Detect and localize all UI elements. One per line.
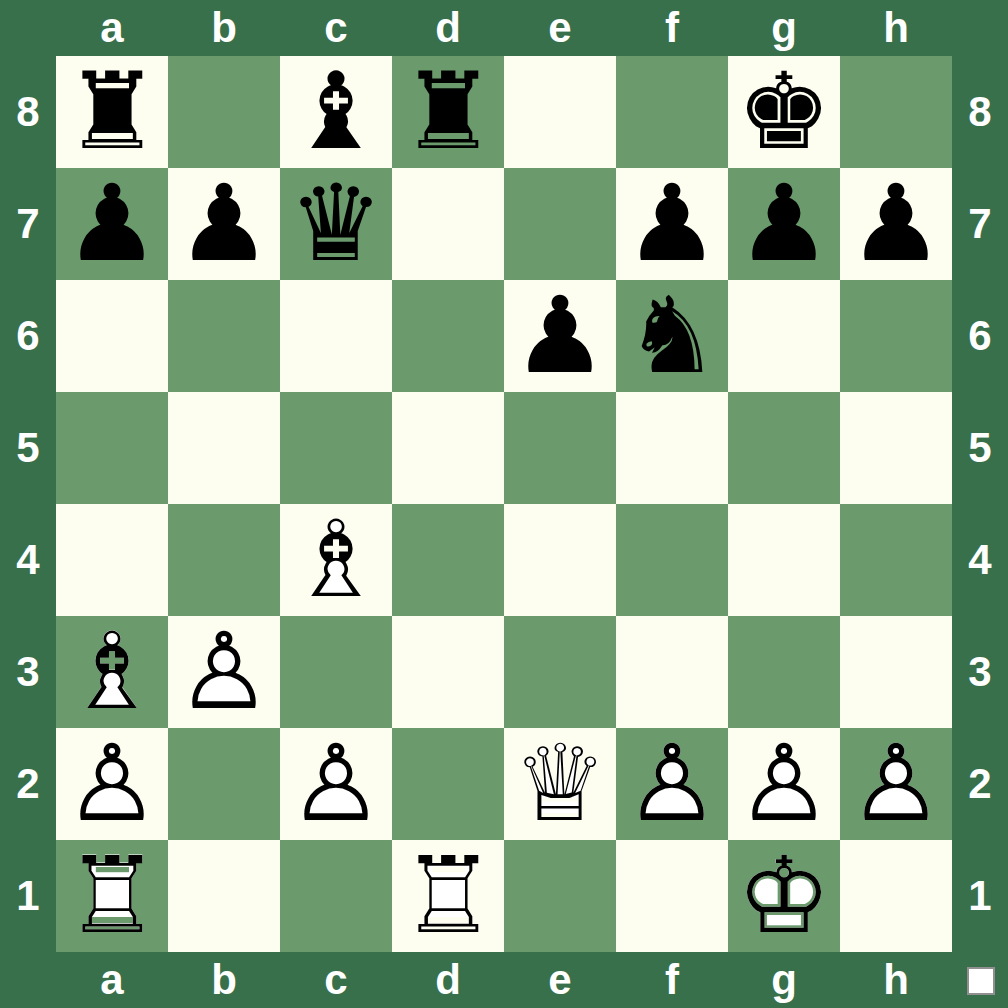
square-c6[interactable] — [280, 280, 392, 392]
file-label-d: d — [392, 0, 504, 56]
square-a2[interactable]: ♟♙ — [56, 728, 168, 840]
square-a6[interactable] — [56, 280, 168, 392]
square-c5[interactable] — [280, 392, 392, 504]
black-pawn[interactable]: ♟ — [56, 168, 168, 280]
rank-labels-left: 87654321 — [0, 56, 56, 952]
white-bishop-outline: ♗ — [280, 504, 392, 616]
file-label-a: a — [56, 0, 168, 56]
white-pawn-outline: ♙ — [280, 728, 392, 840]
square-b5[interactable] — [168, 392, 280, 504]
square-h6[interactable] — [840, 280, 952, 392]
white-king-outline: ♔ — [728, 840, 840, 952]
file-label-e: e — [504, 952, 616, 1008]
white-pawn[interactable]: ♟ — [616, 728, 728, 840]
black-pawn[interactable]: ♟ — [504, 280, 616, 392]
square-b8[interactable] — [168, 56, 280, 168]
square-d4[interactable] — [392, 504, 504, 616]
square-b6[interactable] — [168, 280, 280, 392]
square-g5[interactable] — [728, 392, 840, 504]
file-labels-top: abcdefgh — [56, 0, 952, 56]
square-g7[interactable]: ♟ — [728, 168, 840, 280]
square-c7[interactable]: ♛ — [280, 168, 392, 280]
square-h4[interactable] — [840, 504, 952, 616]
square-e7[interactable] — [504, 168, 616, 280]
chess-board-frame: abcdefgh 87654321 ♜♝♜♚♟♟♛♟♟♟♟♞♝♗♝♗♟♙♟♙♟♙… — [0, 0, 1008, 1008]
rank-label-4: 4 — [952, 504, 1008, 616]
white-king[interactable]: ♚ — [728, 840, 840, 952]
square-b3[interactable]: ♟♙ — [168, 616, 280, 728]
rank-label-5: 5 — [952, 392, 1008, 504]
rank-label-1: 1 — [0, 840, 56, 952]
square-c3[interactable] — [280, 616, 392, 728]
rank-labels-right: 87654321 — [952, 56, 1008, 952]
square-e4[interactable] — [504, 504, 616, 616]
rank-label-4: 4 — [0, 504, 56, 616]
square-f5[interactable] — [616, 392, 728, 504]
white-pawn-outline: ♙ — [56, 728, 168, 840]
square-d6[interactable] — [392, 280, 504, 392]
file-label-g: g — [728, 0, 840, 56]
file-labels-bottom: abcdefgh — [56, 952, 952, 1008]
white-rook[interactable]: ♜ — [392, 840, 504, 952]
white-pawn-outline: ♙ — [728, 728, 840, 840]
rank-label-1: 1 — [952, 840, 1008, 952]
square-f7[interactable]: ♟ — [616, 168, 728, 280]
file-label-a: a — [56, 952, 168, 1008]
square-c4[interactable]: ♝♗ — [280, 504, 392, 616]
square-b2[interactable] — [168, 728, 280, 840]
white-pawn[interactable]: ♟ — [728, 728, 840, 840]
square-a5[interactable] — [56, 392, 168, 504]
file-label-c: c — [280, 0, 392, 56]
white-rook-outline: ♖ — [392, 840, 504, 952]
square-d8[interactable]: ♜ — [392, 56, 504, 168]
file-label-h: h — [840, 952, 952, 1008]
rank-label-6: 6 — [0, 280, 56, 392]
file-label-b: b — [168, 0, 280, 56]
file-label-g: g — [728, 952, 840, 1008]
square-f2[interactable]: ♟♙ — [616, 728, 728, 840]
board: ♜♝♜♚♟♟♛♟♟♟♟♞♝♗♝♗♟♙♟♙♟♙♛♕♟♙♟♙♟♙♜♖♜♖♚♔ — [56, 56, 952, 952]
white-pawn[interactable]: ♟ — [168, 616, 280, 728]
square-e2[interactable]: ♛♕ — [504, 728, 616, 840]
square-g1[interactable]: ♚♔ — [728, 840, 840, 952]
square-g3[interactable] — [728, 616, 840, 728]
square-h1[interactable] — [840, 840, 952, 952]
black-pawn[interactable]: ♟ — [728, 168, 840, 280]
file-label-f: f — [616, 952, 728, 1008]
black-pawn[interactable]: ♟ — [616, 168, 728, 280]
square-a7[interactable]: ♟ — [56, 168, 168, 280]
rank-label-3: 3 — [0, 616, 56, 728]
square-b1[interactable] — [168, 840, 280, 952]
square-a1[interactable]: ♜♖ — [56, 840, 168, 952]
black-pawn[interactable]: ♟ — [168, 168, 280, 280]
square-h3[interactable] — [840, 616, 952, 728]
square-f3[interactable] — [616, 616, 728, 728]
square-g6[interactable] — [728, 280, 840, 392]
square-f4[interactable] — [616, 504, 728, 616]
white-pawn-outline: ♙ — [616, 728, 728, 840]
white-queen-outline: ♕ — [504, 728, 616, 840]
square-c8[interactable]: ♝ — [280, 56, 392, 168]
square-e8[interactable] — [504, 56, 616, 168]
white-bishop[interactable]: ♝ — [280, 504, 392, 616]
square-c1[interactable] — [280, 840, 392, 952]
square-h8[interactable] — [840, 56, 952, 168]
white-pawn[interactable]: ♟ — [56, 728, 168, 840]
black-rook[interactable]: ♜ — [56, 56, 168, 168]
square-a4[interactable] — [56, 504, 168, 616]
file-label-e: e — [504, 0, 616, 56]
square-e1[interactable] — [504, 840, 616, 952]
square-f1[interactable] — [616, 840, 728, 952]
white-pawn[interactable]: ♟ — [840, 728, 952, 840]
square-d2[interactable] — [392, 728, 504, 840]
square-g8[interactable]: ♚ — [728, 56, 840, 168]
black-queen[interactable]: ♛ — [280, 168, 392, 280]
black-rook[interactable]: ♜ — [392, 56, 504, 168]
square-d5[interactable] — [392, 392, 504, 504]
file-label-d: d — [392, 952, 504, 1008]
square-f6[interactable]: ♞ — [616, 280, 728, 392]
black-king[interactable]: ♚ — [728, 56, 840, 168]
white-pawn-outline: ♙ — [168, 616, 280, 728]
square-h5[interactable] — [840, 392, 952, 504]
square-c2[interactable]: ♟♙ — [280, 728, 392, 840]
black-pawn[interactable]: ♟ — [840, 168, 952, 280]
rank-label-2: 2 — [952, 728, 1008, 840]
square-b4[interactable] — [168, 504, 280, 616]
black-bishop[interactable]: ♝ — [280, 56, 392, 168]
rank-label-7: 7 — [952, 168, 1008, 280]
white-pawn[interactable]: ♟ — [280, 728, 392, 840]
square-g2[interactable]: ♟♙ — [728, 728, 840, 840]
square-h2[interactable]: ♟♙ — [840, 728, 952, 840]
square-g4[interactable] — [728, 504, 840, 616]
rank-label-6: 6 — [952, 280, 1008, 392]
square-e5[interactable] — [504, 392, 616, 504]
square-h7[interactable]: ♟ — [840, 168, 952, 280]
square-e6[interactable]: ♟ — [504, 280, 616, 392]
square-d7[interactable] — [392, 168, 504, 280]
file-label-b: b — [168, 952, 280, 1008]
square-d1[interactable]: ♜♖ — [392, 840, 504, 952]
white-bishop[interactable]: ♝ — [56, 616, 168, 728]
rank-label-2: 2 — [0, 728, 56, 840]
rank-label-8: 8 — [0, 56, 56, 168]
rank-label-7: 7 — [0, 168, 56, 280]
white-to-move-indicator — [967, 967, 995, 995]
white-rook[interactable]: ♜ — [56, 840, 168, 952]
white-bishop-outline: ♗ — [56, 616, 168, 728]
square-f8[interactable] — [616, 56, 728, 168]
file-label-c: c — [280, 952, 392, 1008]
square-b7[interactable]: ♟ — [168, 168, 280, 280]
white-pawn-outline: ♙ — [840, 728, 952, 840]
rank-label-8: 8 — [952, 56, 1008, 168]
square-a8[interactable]: ♜ — [56, 56, 168, 168]
rank-label-3: 3 — [952, 616, 1008, 728]
square-e3[interactable] — [504, 616, 616, 728]
white-rook-outline: ♖ — [56, 840, 168, 952]
file-label-h: h — [840, 0, 952, 56]
file-label-f: f — [616, 0, 728, 56]
rank-label-5: 5 — [0, 392, 56, 504]
white-queen[interactable]: ♛ — [504, 728, 616, 840]
square-a3[interactable]: ♝♗ — [56, 616, 168, 728]
black-knight[interactable]: ♞ — [616, 280, 728, 392]
square-d3[interactable] — [392, 616, 504, 728]
